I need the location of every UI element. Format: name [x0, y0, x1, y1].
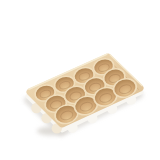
- product-photo-scene: [0, 0, 160, 160]
- muffin-tray: [0, 0, 160, 160]
